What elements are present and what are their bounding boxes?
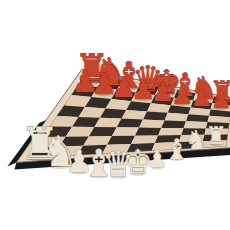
white-piece-r: ♜	[20, 118, 59, 169]
light-square	[165, 113, 189, 122]
red-piece-p: ♟	[191, 83, 213, 112]
light-square	[139, 120, 165, 128]
dark-square	[143, 111, 168, 120]
white-piece-r: ♜	[205, 122, 227, 150]
red-piece-p: ♟	[211, 86, 230, 114]
dark-square	[161, 120, 186, 128]
red-piece-p: ♟	[71, 64, 98, 99]
chess-board-scene: ♜♞♝♚♛♝♞♜♟♟♟♟♟♟♟♟♜♞♝♟♚♛♝♟♞♜	[0, 0, 230, 230]
chess-set-photo: ♜♞♝♚♛♝♞♜♟♟♟♟♟♟♟♟♜♞♝♟♚♛♝♟♞♜	[0, 0, 230, 230]
dark-square	[135, 128, 161, 136]
